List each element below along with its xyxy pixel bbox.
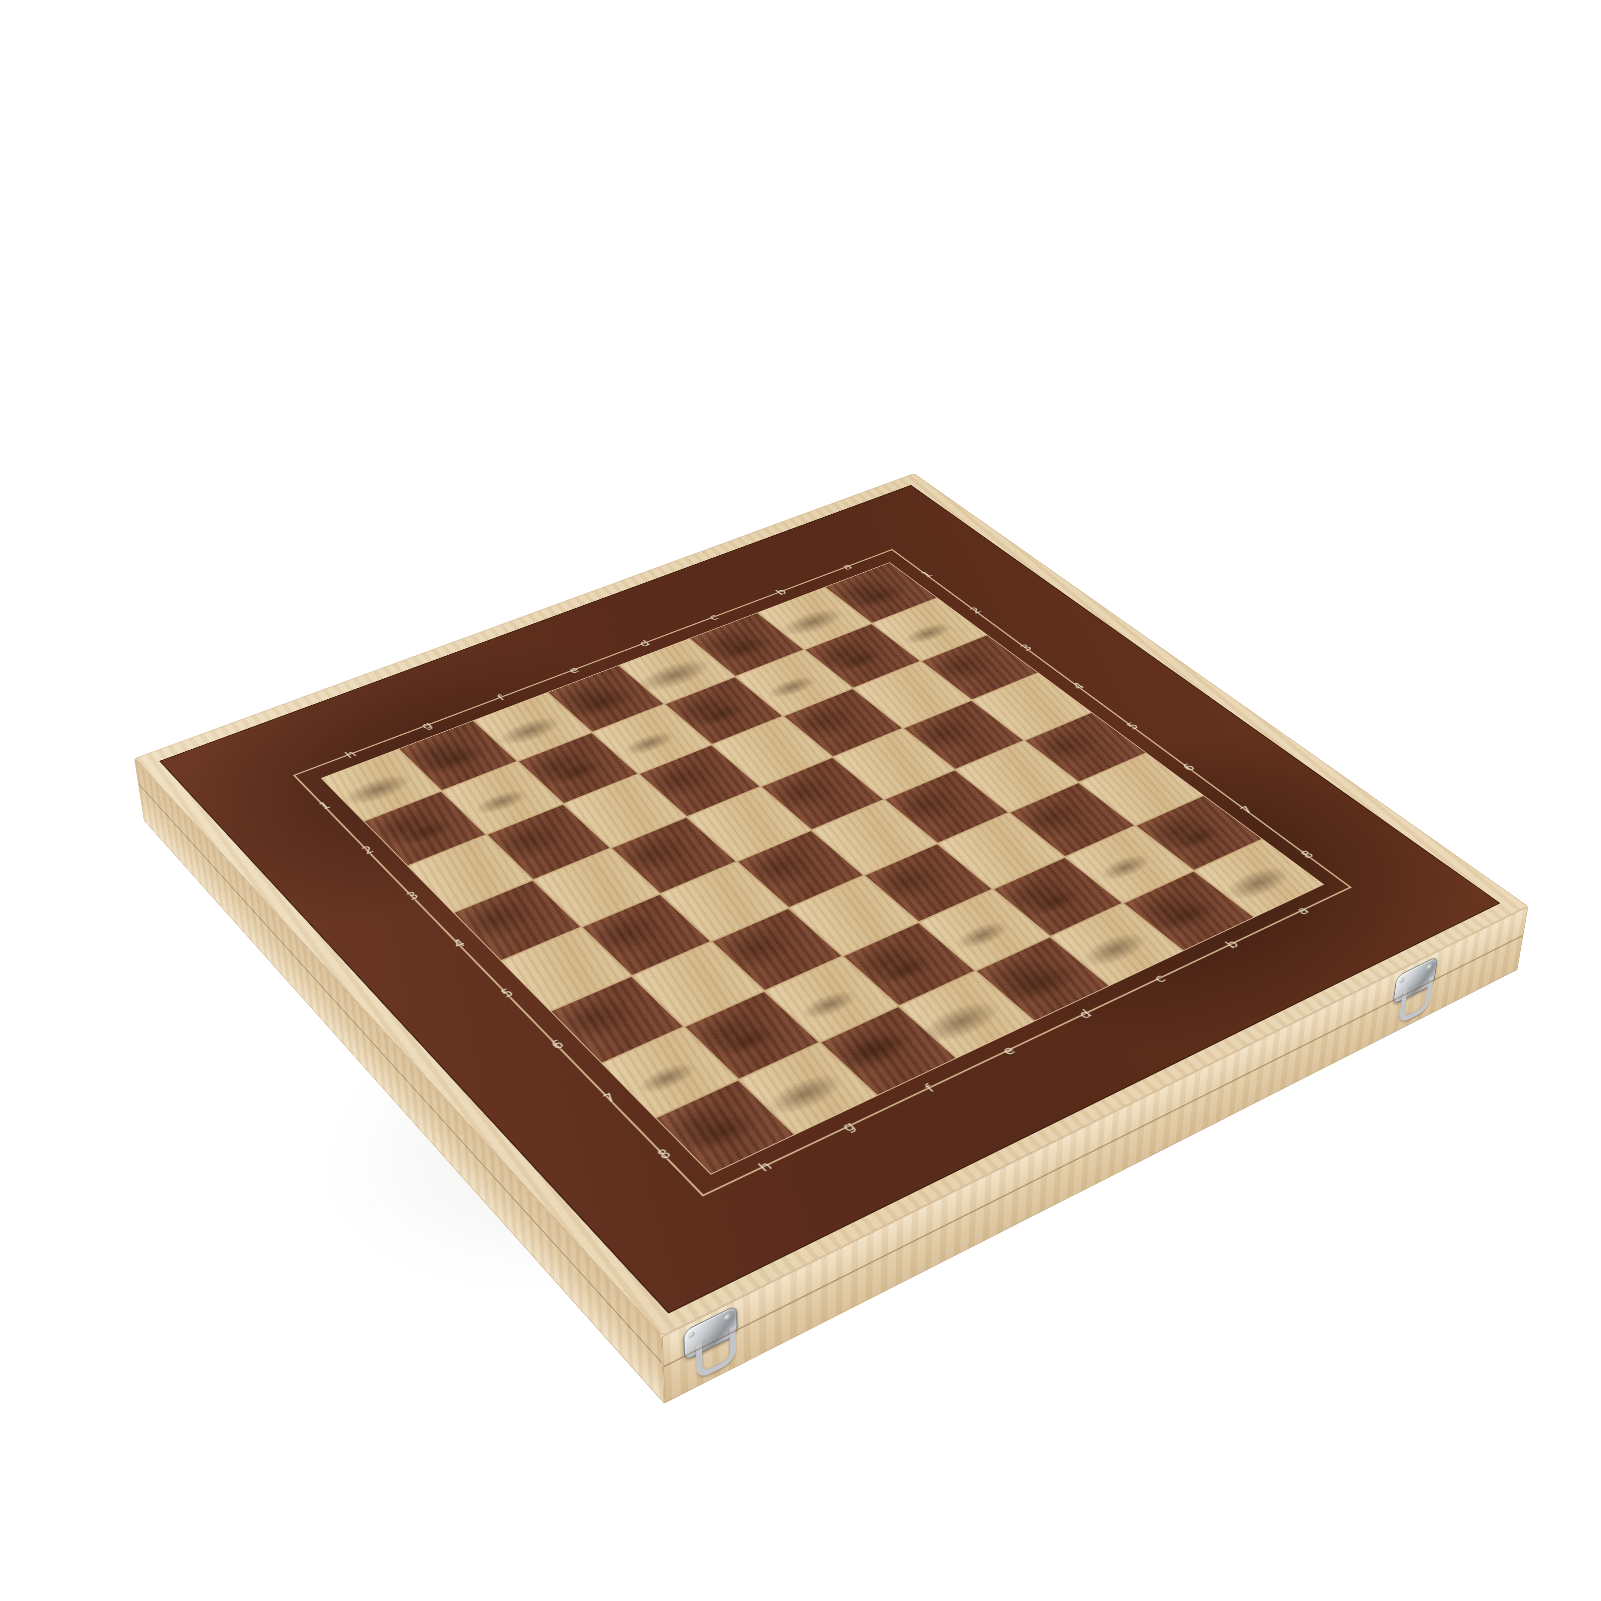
scene-3d: 1122334455667788hhggffeeddccbbaa ♜♞♝♚♛♝♞… (0, 0, 1601, 1601)
product-photo-stage: 1122334455667788hhggffeeddccbbaa ♜♞♝♚♛♝♞… (0, 0, 1601, 1601)
rook-glyph: ♜ (625, 930, 822, 1150)
chess-board-case: 1122334455667788hhggffeeddccbbaa ♜♞♝♚♛♝♞… (134, 473, 1528, 1336)
